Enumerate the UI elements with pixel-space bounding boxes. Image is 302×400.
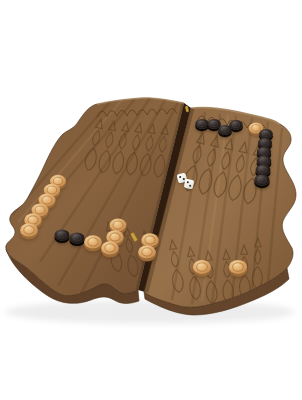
- checker-white[interactable]: [84, 235, 102, 249]
- checker-white[interactable]: [138, 245, 156, 259]
- photo-canvas: [0, 0, 302, 400]
- checker-white[interactable]: [193, 260, 211, 274]
- checker-black[interactable]: [70, 233, 85, 244]
- checker-black[interactable]: [254, 174, 269, 185]
- die[interactable]: [184, 179, 195, 190]
- checker-black[interactable]: [55, 230, 70, 241]
- checker-white[interactable]: [229, 260, 247, 274]
- checker-white[interactable]: [101, 241, 119, 255]
- checker-white[interactable]: [20, 223, 38, 237]
- pieces-layer: [0, 0, 302, 400]
- checker-black[interactable]: [218, 125, 232, 135]
